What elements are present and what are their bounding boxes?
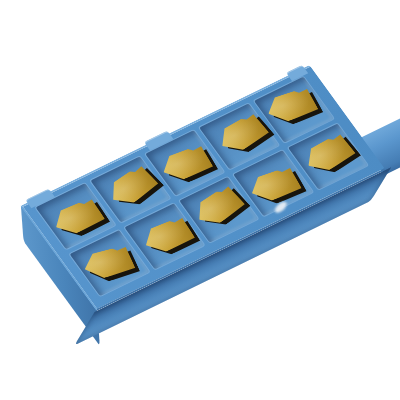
carbide-insert: [213, 112, 271, 156]
carbide-insert: [79, 245, 136, 281]
carbide-insert: [48, 197, 106, 238]
insert-box: [20, 65, 386, 311]
insert-gold-top: [79, 245, 136, 281]
insert-gold-top: [103, 164, 160, 210]
carbide-insert: [262, 87, 320, 126]
photo-scene: [0, 0, 400, 400]
carbide-insert: [189, 185, 246, 231]
insert-gold-top: [189, 185, 246, 231]
carbide-insert: [138, 216, 196, 257]
carbide-insert: [300, 133, 358, 177]
carbide-insert: [103, 164, 160, 210]
carbide-insert: [246, 166, 304, 205]
carbide-insert: [156, 144, 214, 184]
